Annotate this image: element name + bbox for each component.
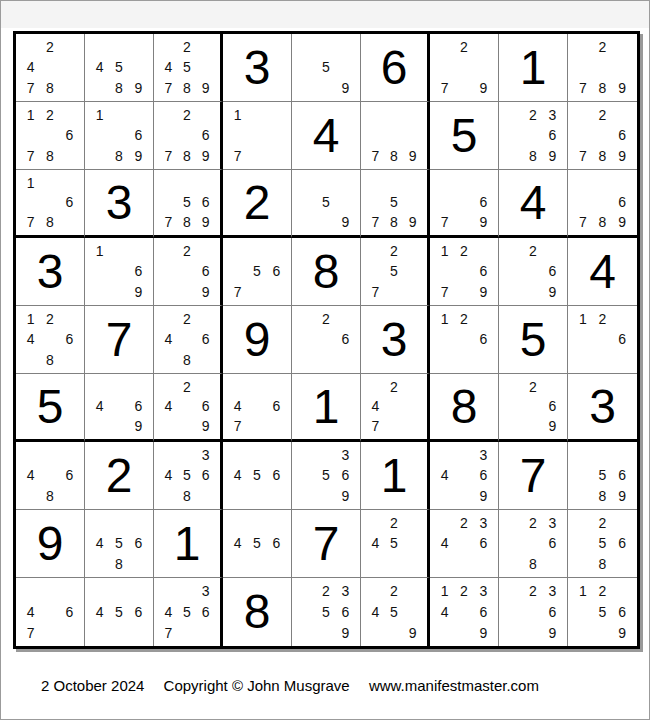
- candidate-digit: 4: [228, 465, 247, 485]
- candidate-digit: 8: [40, 146, 59, 166]
- candidate-digit: 6: [129, 125, 148, 145]
- candidate-digit: 8: [593, 212, 613, 232]
- cell-r8c2: 4568: [85, 510, 154, 578]
- candidate-digit: 8: [178, 350, 197, 370]
- candidate-digit: 4: [435, 465, 454, 485]
- solved-digit: 9: [37, 520, 64, 568]
- candidate-digit: 5: [109, 533, 128, 553]
- cell-r4c6: 257: [361, 238, 430, 306]
- cell-r7c4: 456: [223, 442, 292, 510]
- candidate-digit: 9: [543, 622, 562, 643]
- solved-digit: 9: [244, 316, 271, 364]
- candidate-digit: 5: [385, 261, 404, 281]
- candidate-digit: 4: [366, 533, 385, 553]
- candidate-grid: 123469: [430, 578, 498, 646]
- cell-r1c2: 4589: [85, 34, 154, 102]
- candidate-grid: 2469: [154, 374, 220, 439]
- candidate-digit: 2: [593, 105, 613, 125]
- solved-digit: 3: [381, 316, 408, 364]
- candidate-digit: 6: [196, 465, 215, 485]
- candidate-digit: 1: [21, 173, 40, 193]
- candidate-digit: 6: [60, 125, 79, 145]
- candidate-digit: 2: [454, 513, 473, 533]
- candidate-digit: 6: [196, 193, 215, 213]
- candidate-grid: 6789: [568, 170, 637, 235]
- cell-r6c4: 467: [223, 374, 292, 442]
- solved-digit: 5: [37, 383, 64, 431]
- cell-r2c7: 5: [430, 102, 499, 170]
- solved-digit: 8: [244, 588, 271, 636]
- cell-r4c7: 12679: [430, 238, 499, 306]
- candidate-grid: 247: [361, 374, 427, 439]
- candidate-digit: 6: [612, 193, 632, 213]
- candidate-digit: 2: [523, 105, 542, 125]
- cell-r1c9: 2789: [568, 34, 637, 102]
- cell-r9c2: 456: [85, 578, 154, 646]
- candidate-grid: 3569: [292, 442, 360, 509]
- cell-r3c9: 6789: [568, 170, 637, 238]
- candidate-digit: 8: [40, 78, 59, 98]
- cell-r6c1: 5: [16, 374, 85, 442]
- solved-digit: 8: [313, 248, 340, 296]
- candidate-digit: 6: [474, 329, 493, 349]
- cell-r5c3: 2468: [154, 306, 223, 374]
- candidate-digit: 6: [196, 329, 215, 349]
- candidate-grid: 34567: [154, 578, 220, 646]
- candidate-digit: 7: [159, 146, 178, 166]
- cell-r4c8: 269: [499, 238, 568, 306]
- cell-r8c9: 2568: [568, 510, 637, 578]
- solved-digit: 4: [313, 112, 340, 160]
- candidate-digit: 6: [543, 602, 562, 623]
- candidate-digit: 6: [267, 533, 286, 553]
- candidate-digit: 6: [474, 533, 493, 553]
- candidate-digit: 4: [21, 329, 40, 349]
- candidate-grid: 2468: [154, 306, 220, 373]
- candidate-digit: 6: [267, 465, 286, 485]
- candidate-digit: 6: [196, 261, 215, 281]
- candidate-digit: 5: [593, 533, 613, 553]
- cell-r3c5: 59: [292, 170, 361, 238]
- cell-r1c8: 1: [499, 34, 568, 102]
- cell-r4c3: 269: [154, 238, 223, 306]
- candidate-digit: 1: [90, 241, 109, 261]
- candidate-grid: 1678: [16, 170, 84, 235]
- candidate-digit: 9: [196, 416, 215, 436]
- cell-r5c9: 126: [568, 306, 637, 374]
- solved-digit: 4: [520, 179, 547, 227]
- candidate-digit: 2: [593, 37, 613, 57]
- candidate-digit: 2: [454, 581, 473, 602]
- candidate-digit: 3: [474, 445, 493, 465]
- candidate-grid: 2568: [568, 510, 637, 577]
- candidate-digit: 2: [523, 377, 542, 397]
- candidate-digit: 9: [129, 282, 148, 302]
- cell-r2c9: 26789: [568, 102, 637, 170]
- candidate-digit: 5: [109, 57, 128, 77]
- candidate-grid: 245: [361, 510, 427, 577]
- candidate-digit: 2: [385, 513, 404, 533]
- candidate-digit: 9: [612, 146, 632, 166]
- candidate-digit: 6: [129, 261, 148, 281]
- candidate-digit: 8: [40, 486, 59, 506]
- candidate-digit: 5: [593, 465, 613, 485]
- cell-r8c6: 245: [361, 510, 430, 578]
- cell-r6c9: 3: [568, 374, 637, 442]
- candidate-digit: 4: [159, 397, 178, 417]
- candidate-digit: 7: [573, 146, 593, 166]
- cell-r7c5: 3569: [292, 442, 361, 510]
- candidate-grid: 456: [85, 578, 153, 646]
- candidate-digit: 9: [612, 78, 632, 98]
- solved-digit: 2: [244, 179, 271, 227]
- cell-r5c8: 5: [499, 306, 568, 374]
- candidate-digit: 4: [228, 533, 247, 553]
- candidate-digit: 9: [543, 282, 562, 302]
- solved-digit: 2: [106, 452, 133, 500]
- cell-r8c5: 7: [292, 510, 361, 578]
- solved-digit: 3: [106, 179, 133, 227]
- solved-digit: 7: [313, 520, 340, 568]
- candidate-digit: 5: [178, 57, 197, 77]
- candidate-digit: 2: [40, 37, 59, 57]
- candidate-digit: 6: [196, 125, 215, 145]
- candidate-digit: 6: [267, 397, 286, 417]
- candidate-digit: 6: [267, 261, 286, 281]
- candidate-digit: 5: [316, 57, 335, 77]
- cell-r3c2: 3: [85, 170, 154, 238]
- candidate-grid: 2369: [499, 578, 567, 646]
- candidate-digit: 8: [178, 146, 197, 166]
- candidate-digit: 2: [385, 377, 404, 397]
- candidate-digit: 2: [523, 513, 542, 533]
- candidate-digit: 9: [403, 212, 422, 232]
- candidate-digit: 5: [247, 465, 266, 485]
- candidate-digit: 2: [178, 377, 197, 397]
- cell-r5c4: 9: [223, 306, 292, 374]
- cell-r1c4: 3: [223, 34, 292, 102]
- candidate-digit: 8: [523, 554, 542, 574]
- candidate-digit: 1: [435, 309, 454, 329]
- candidate-digit: 8: [593, 554, 613, 574]
- candidate-digit: 8: [385, 212, 404, 232]
- candidate-digit: 3: [336, 581, 355, 602]
- cell-r7c9: 5689: [568, 442, 637, 510]
- candidate-digit: 9: [612, 486, 632, 506]
- candidate-digit: 6: [60, 193, 79, 213]
- candidate-digit: 6: [474, 261, 493, 281]
- cell-r3c7: 679: [430, 170, 499, 238]
- cell-r9c6: 2459: [361, 578, 430, 646]
- candidate-digit: 2: [454, 241, 473, 261]
- solved-digit: 5: [520, 316, 547, 364]
- candidate-digit: 2: [385, 581, 404, 602]
- candidate-digit: 6: [543, 125, 562, 145]
- candidate-digit: 1: [90, 105, 109, 125]
- candidate-digit: 9: [543, 146, 562, 166]
- candidate-digit: 2: [316, 581, 335, 602]
- candidate-digit: 8: [178, 486, 197, 506]
- candidate-digit: 6: [612, 533, 632, 553]
- candidate-digit: 2: [316, 309, 335, 329]
- candidate-digit: 8: [178, 78, 197, 98]
- candidate-digit: 9: [474, 622, 493, 643]
- cell-r2c4: 17: [223, 102, 292, 170]
- candidate-digit: 6: [129, 602, 148, 623]
- candidate-digit: 3: [474, 513, 493, 533]
- candidate-digit: 3: [474, 581, 493, 602]
- cell-r5c2: 7: [85, 306, 154, 374]
- cell-r1c5: 59: [292, 34, 361, 102]
- candidate-digit: 3: [543, 513, 562, 533]
- candidate-digit: 8: [178, 212, 197, 232]
- candidate-digit: 7: [21, 212, 40, 232]
- candidate-digit: 2: [454, 309, 473, 329]
- candidate-grid: 23689: [499, 102, 567, 169]
- candidate-grid: 5689: [568, 442, 637, 509]
- cell-r7c7: 3469: [430, 442, 499, 510]
- candidate-digit: 8: [385, 146, 404, 166]
- candidate-digit: 6: [612, 602, 632, 623]
- cell-r9c9: 12569: [568, 578, 637, 646]
- candidate-digit: 9: [543, 416, 562, 436]
- candidate-digit: 2: [593, 513, 613, 533]
- cell-r2c1: 12678: [16, 102, 85, 170]
- cell-r9c7: 123469: [430, 578, 499, 646]
- candidate-digit: 6: [543, 533, 562, 553]
- candidate-digit: 4: [21, 465, 40, 485]
- candidate-digit: 4: [228, 397, 247, 417]
- candidate-digit: 6: [474, 465, 493, 485]
- candidate-digit: 1: [435, 581, 454, 602]
- candidate-digit: 5: [178, 602, 197, 623]
- candidate-grid: 34568: [154, 442, 220, 509]
- footer-date: 2 October 2024: [41, 677, 144, 694]
- candidate-digit: 5: [247, 261, 266, 281]
- cell-r7c8: 7: [499, 442, 568, 510]
- candidate-digit: 9: [196, 282, 215, 302]
- candidate-digit: 6: [60, 465, 79, 485]
- candidate-digit: 1: [435, 241, 454, 261]
- candidate-grid: 3469: [430, 442, 498, 509]
- candidate-grid: 467: [223, 374, 291, 439]
- cell-r5c6: 3: [361, 306, 430, 374]
- candidate-digit: 7: [228, 146, 247, 166]
- candidate-grid: 269: [499, 374, 567, 439]
- candidate-digit: 3: [196, 445, 215, 465]
- candidate-digit: 9: [336, 486, 355, 506]
- cell-r6c7: 8: [430, 374, 499, 442]
- candidate-grid: 59: [292, 170, 360, 235]
- candidate-digit: 5: [316, 465, 335, 485]
- candidate-digit: 8: [593, 78, 613, 98]
- candidate-digit: 7: [21, 622, 40, 643]
- candidate-grid: 26789: [154, 102, 220, 169]
- cell-r6c2: 469: [85, 374, 154, 442]
- candidate-digit: 7: [21, 78, 40, 98]
- candidate-digit: 9: [474, 486, 493, 506]
- solved-digit: 3: [589, 383, 616, 431]
- candidate-digit: 8: [593, 486, 613, 506]
- candidate-digit: 5: [385, 533, 404, 553]
- candidate-digit: 3: [543, 581, 562, 602]
- cell-r2c6: 789: [361, 102, 430, 170]
- candidate-digit: 4: [21, 57, 40, 77]
- cell-r6c8: 269: [499, 374, 568, 442]
- candidate-digit: 2: [523, 581, 542, 602]
- candidate-digit: 7: [573, 212, 593, 232]
- candidate-digit: 7: [573, 78, 593, 98]
- candidate-digit: 4: [90, 57, 109, 77]
- candidate-digit: 4: [159, 57, 178, 77]
- candidate-digit: 6: [612, 465, 632, 485]
- candidate-grid: 2346: [430, 510, 498, 577]
- candidate-digit: 5: [247, 533, 266, 553]
- cell-r8c3: 1: [154, 510, 223, 578]
- candidate-digit: 9: [129, 416, 148, 436]
- candidate-digit: 6: [336, 329, 355, 349]
- cell-r7c1: 468: [16, 442, 85, 510]
- candidate-grid: 279: [430, 34, 498, 101]
- candidate-digit: 1: [228, 105, 247, 125]
- candidate-digit: 8: [523, 146, 542, 166]
- candidate-digit: 2: [40, 105, 59, 125]
- candidate-digit: 5: [109, 602, 128, 623]
- cell-r3c1: 1678: [16, 170, 85, 238]
- cell-r7c3: 34568: [154, 442, 223, 510]
- candidate-grid: 126: [430, 306, 498, 373]
- candidate-grid: 4589: [85, 34, 153, 101]
- candidate-digit: 4: [435, 602, 454, 623]
- candidate-digit: 6: [129, 533, 148, 553]
- solved-digit: 7: [520, 452, 547, 500]
- footer-copyright: Copyright © John Musgrave: [164, 677, 350, 694]
- candidate-digit: 5: [316, 602, 335, 623]
- solved-digit: 1: [381, 452, 408, 500]
- header-band: [1, 1, 649, 28]
- candidate-digit: 9: [129, 146, 148, 166]
- candidate-digit: 2: [593, 581, 613, 602]
- candidate-digit: 6: [196, 602, 215, 623]
- cell-r4c2: 169: [85, 238, 154, 306]
- candidate-digit: 4: [21, 602, 40, 623]
- candidate-digit: 6: [543, 261, 562, 281]
- cell-r1c3: 245789: [154, 34, 223, 102]
- candidate-grid: 12468: [16, 306, 84, 373]
- candidate-grid: 12678: [16, 102, 84, 169]
- candidate-digit: 6: [129, 397, 148, 417]
- candidate-digit: 2: [454, 37, 473, 57]
- candidate-digit: 4: [90, 397, 109, 417]
- cell-r9c5: 23569: [292, 578, 361, 646]
- cell-r3c3: 56789: [154, 170, 223, 238]
- candidate-digit: 8: [593, 146, 613, 166]
- solved-digit: 3: [37, 248, 64, 296]
- candidate-digit: 9: [403, 622, 422, 643]
- cell-r8c1: 9: [16, 510, 85, 578]
- cell-r3c8: 4: [499, 170, 568, 238]
- cell-r8c7: 2346: [430, 510, 499, 578]
- cell-r1c6: 6: [361, 34, 430, 102]
- cell-r9c1: 467: [16, 578, 85, 646]
- candidate-digit: 8: [109, 554, 128, 574]
- sudoku-board: 2478458924578935962791278912678168926789…: [13, 31, 640, 649]
- candidate-digit: 9: [612, 212, 632, 232]
- candidate-digit: 7: [366, 146, 385, 166]
- candidate-digit: 6: [60, 602, 79, 623]
- candidate-grid: 12679: [430, 238, 498, 305]
- candidate-digit: 8: [109, 78, 128, 98]
- candidate-digit: 7: [435, 78, 454, 98]
- candidate-grid: 468: [16, 442, 84, 509]
- candidate-digit: 9: [129, 78, 148, 98]
- cell-r6c5: 1: [292, 374, 361, 442]
- candidate-digit: 9: [196, 212, 215, 232]
- candidate-grid: 269: [154, 238, 220, 305]
- candidate-digit: 4: [90, 602, 109, 623]
- candidate-grid: 469: [85, 374, 153, 439]
- candidate-digit: 7: [366, 282, 385, 302]
- solved-digit: 4: [589, 248, 616, 296]
- cell-r9c3: 34567: [154, 578, 223, 646]
- candidate-digit: 6: [543, 397, 562, 417]
- candidate-digit: 1: [21, 309, 40, 329]
- candidate-grid: 169: [85, 238, 153, 305]
- candidate-grid: 567: [223, 238, 291, 305]
- candidate-digit: 2: [178, 105, 197, 125]
- footer: 2 October 2024 Copyright © John Musgrave…: [41, 677, 539, 694]
- candidate-digit: 1: [573, 581, 593, 602]
- candidate-digit: 7: [366, 416, 385, 436]
- candidate-digit: 7: [366, 212, 385, 232]
- candidate-digit: 9: [196, 78, 215, 98]
- cell-r5c1: 12468: [16, 306, 85, 374]
- candidate-digit: 4: [90, 533, 109, 553]
- candidate-digit: 9: [474, 212, 493, 232]
- cell-r5c5: 26: [292, 306, 361, 374]
- candidate-grid: 1689: [85, 102, 153, 169]
- footer-website: www.manifestmaster.com: [369, 677, 539, 694]
- candidate-grid: 4568: [85, 510, 153, 577]
- candidate-digit: 9: [336, 212, 355, 232]
- cell-r1c7: 279: [430, 34, 499, 102]
- candidate-digit: 7: [159, 78, 178, 98]
- cell-r7c2: 2: [85, 442, 154, 510]
- candidate-grid: 126: [568, 306, 637, 373]
- candidate-digit: 6: [612, 329, 632, 349]
- cell-r3c4: 2: [223, 170, 292, 238]
- candidate-digit: 3: [543, 105, 562, 125]
- candidate-digit: 2: [593, 309, 613, 329]
- cell-r1c1: 2478: [16, 34, 85, 102]
- candidate-grid: 2459: [361, 578, 427, 646]
- candidate-digit: 5: [178, 193, 197, 213]
- candidate-digit: 7: [435, 212, 454, 232]
- candidate-grid: 789: [361, 102, 427, 169]
- candidate-grid: 26789: [568, 102, 637, 169]
- candidate-digit: 9: [612, 622, 632, 643]
- page: 2478458924578935962791278912678168926789…: [0, 0, 650, 720]
- cell-r4c5: 8: [292, 238, 361, 306]
- cell-r2c2: 1689: [85, 102, 154, 170]
- candidate-digit: 3: [196, 581, 215, 602]
- candidate-grid: 2368: [499, 510, 567, 577]
- candidate-digit: 4: [366, 397, 385, 417]
- candidate-digit: 7: [159, 622, 178, 643]
- candidate-grid: 257: [361, 238, 427, 305]
- candidate-grid: 269: [499, 238, 567, 305]
- candidate-digit: 5: [178, 465, 197, 485]
